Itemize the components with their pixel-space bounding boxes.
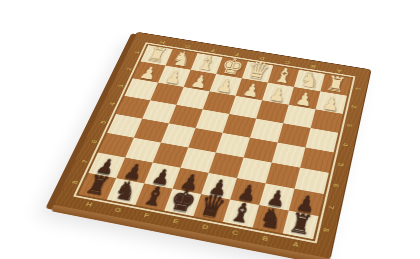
product-photo-scene: HHGGFFEEDDCCBBAA1122334455667788♜♞♝♚♛♝♞♜… (0, 0, 420, 259)
piece-black-knight-b8[interactable]: ♞ (256, 204, 285, 234)
board-perspective-wrapper: HHGGFFEEDDCCBBAA1122334455667788♜♞♝♚♛♝♞♜… (53, 32, 370, 258)
square-a8[interactable]: ♜ (283, 211, 319, 240)
piece-black-bishop-c8[interactable]: ♝ (226, 198, 256, 228)
chess-board: HHGGFFEEDDCCBBAA1122334455667788♜♞♝♚♛♝♞♜… (52, 32, 371, 259)
piece-black-rook-a8[interactable]: ♜ (286, 209, 315, 240)
